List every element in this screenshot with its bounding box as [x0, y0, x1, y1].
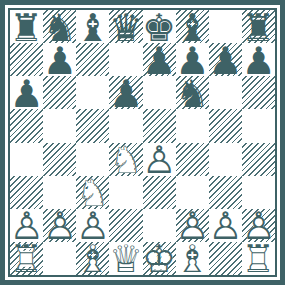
square-e3[interactable]: [143, 176, 176, 209]
piece-black-bishop[interactable]: ♝: [76, 11, 109, 44]
square-g3[interactable]: [209, 176, 242, 209]
piece-white-knight-fill: ♞: [76, 177, 109, 210]
piece-black-bishop[interactable]: ♝: [176, 11, 209, 44]
piece-white-queen[interactable]: ♕: [109, 243, 142, 276]
square-c4[interactable]: [76, 143, 109, 176]
square-e2[interactable]: [143, 209, 176, 242]
square-a6[interactable]: ♟: [10, 76, 43, 109]
piece-black-pawn[interactable]: ♟: [10, 77, 43, 110]
piece-white-bishop[interactable]: ♗: [76, 243, 109, 276]
square-e8[interactable]: ♚: [143, 10, 176, 43]
piece-black-pawn[interactable]: ♟: [143, 44, 176, 77]
square-a4[interactable]: [10, 143, 43, 176]
piece-black-pawn[interactable]: ♟: [209, 44, 242, 77]
piece-black-queen[interactable]: ♛: [109, 11, 142, 44]
square-f8[interactable]: ♝: [176, 10, 209, 43]
square-c7[interactable]: [76, 43, 109, 76]
square-d3[interactable]: [109, 176, 142, 209]
square-d1[interactable]: ♛♕: [109, 242, 142, 275]
square-h4[interactable]: [242, 143, 275, 176]
piece-black-pawn[interactable]: ♟: [109, 77, 142, 110]
piece-black-king[interactable]: ♚: [143, 11, 176, 44]
square-b6[interactable]: [43, 76, 76, 109]
square-d8[interactable]: ♛: [109, 10, 142, 43]
piece-white-rook-fill: ♜: [10, 243, 43, 276]
piece-white-pawn[interactable]: ♙: [176, 210, 209, 243]
square-a5[interactable]: [10, 109, 43, 142]
square-h3[interactable]: [242, 176, 275, 209]
piece-white-pawn-fill: ♟: [209, 210, 242, 243]
square-b3[interactable]: [43, 176, 76, 209]
square-g2[interactable]: ♟♙: [209, 209, 242, 242]
piece-white-pawn-fill: ♟: [143, 144, 176, 177]
square-g8[interactable]: [209, 10, 242, 43]
piece-white-pawn-fill: ♟: [76, 210, 109, 243]
board-frame: ♜♞♝♛♚♝♜♟♟♟♟♟♟♟♞♞♘♟♙♞♘♟♙♟♙♟♙♟♙♟♙♟♙♜♖♝♗♛♕♚…: [0, 0, 285, 285]
piece-white-pawn[interactable]: ♙: [10, 210, 43, 243]
square-h7[interactable]: ♟: [242, 43, 275, 76]
square-g7[interactable]: ♟: [209, 43, 242, 76]
piece-white-pawn[interactable]: ♙: [43, 210, 76, 243]
square-e5[interactable]: [143, 109, 176, 142]
board-inner-border: ♜♞♝♛♚♝♜♟♟♟♟♟♟♟♞♞♘♟♙♞♘♟♙♟♙♟♙♟♙♟♙♟♙♜♖♝♗♛♕♚…: [8, 8, 277, 277]
square-a8[interactable]: ♜: [10, 10, 43, 43]
square-a3[interactable]: [10, 176, 43, 209]
square-g1[interactable]: [209, 242, 242, 275]
square-g4[interactable]: [209, 143, 242, 176]
square-f4[interactable]: [176, 143, 209, 176]
square-f7[interactable]: ♟: [176, 43, 209, 76]
piece-white-pawn[interactable]: ♙: [209, 210, 242, 243]
piece-black-knight[interactable]: ♞: [43, 11, 76, 44]
square-h1[interactable]: ♜♖: [242, 242, 275, 275]
square-d5[interactable]: [109, 109, 142, 142]
square-d7[interactable]: [109, 43, 142, 76]
piece-white-rook-fill: ♜: [242, 243, 275, 276]
square-a7[interactable]: [10, 43, 43, 76]
piece-white-pawn[interactable]: ♙: [242, 210, 275, 243]
square-h6[interactable]: [242, 76, 275, 109]
square-f5[interactable]: [176, 109, 209, 142]
piece-black-pawn[interactable]: ♟: [43, 44, 76, 77]
piece-white-rook[interactable]: ♖: [242, 243, 275, 276]
piece-white-knight[interactable]: ♘: [109, 144, 142, 177]
piece-black-knight[interactable]: ♞: [176, 77, 209, 110]
square-h5[interactable]: [242, 109, 275, 142]
square-c2[interactable]: ♟♙: [76, 209, 109, 242]
piece-white-pawn-fill: ♟: [242, 210, 275, 243]
square-e7[interactable]: ♟: [143, 43, 176, 76]
square-f1[interactable]: ♝♗: [176, 242, 209, 275]
square-f6[interactable]: ♞: [176, 76, 209, 109]
chess-board: ♜♞♝♛♚♝♜♟♟♟♟♟♟♟♞♞♘♟♙♞♘♟♙♟♙♟♙♟♙♟♙♟♙♜♖♝♗♛♕♚…: [10, 10, 275, 275]
square-c8[interactable]: ♝: [76, 10, 109, 43]
square-g5[interactable]: [209, 109, 242, 142]
piece-white-knight[interactable]: ♘: [76, 177, 109, 210]
square-c1[interactable]: ♝♗: [76, 242, 109, 275]
piece-black-pawn[interactable]: ♟: [242, 44, 275, 77]
square-f3[interactable]: [176, 176, 209, 209]
square-c5[interactable]: [76, 109, 109, 142]
piece-white-pawn-fill: ♟: [43, 210, 76, 243]
square-a1[interactable]: ♜♖: [10, 242, 43, 275]
piece-white-queen-fill: ♛: [109, 243, 142, 276]
square-c3[interactable]: ♞♘: [76, 176, 109, 209]
square-h2[interactable]: ♟♙: [242, 209, 275, 242]
square-h8[interactable]: ♜: [242, 10, 275, 43]
square-e4[interactable]: ♟♙: [143, 143, 176, 176]
piece-white-rook[interactable]: ♖: [10, 243, 43, 276]
square-d6[interactable]: ♟: [109, 76, 142, 109]
square-b1[interactable]: [43, 242, 76, 275]
piece-black-rook[interactable]: ♜: [242, 11, 275, 44]
piece-white-king[interactable]: ♔: [143, 243, 176, 276]
square-b5[interactable]: [43, 109, 76, 142]
square-b4[interactable]: [43, 143, 76, 176]
piece-white-pawn[interactable]: ♙: [143, 144, 176, 177]
square-f2[interactable]: ♟♙: [176, 209, 209, 242]
square-e1[interactable]: ♚♔: [143, 242, 176, 275]
piece-white-king-fill: ♚: [143, 243, 176, 276]
square-a2[interactable]: ♟♙: [10, 209, 43, 242]
piece-black-rook[interactable]: ♜: [10, 11, 43, 44]
piece-white-pawn-fill: ♟: [10, 210, 43, 243]
piece-white-pawn-fill: ♟: [176, 210, 209, 243]
square-b7[interactable]: ♟: [43, 43, 76, 76]
piece-white-bishop-fill: ♝: [76, 243, 109, 276]
piece-white-bishop[interactable]: ♗: [176, 243, 209, 276]
square-b8[interactable]: ♞: [43, 10, 76, 43]
square-b2[interactable]: ♟♙: [43, 209, 76, 242]
square-g6[interactable]: [209, 76, 242, 109]
piece-white-pawn[interactable]: ♙: [76, 210, 109, 243]
square-e6[interactable]: [143, 76, 176, 109]
square-d4[interactable]: ♞♘: [109, 143, 142, 176]
piece-black-pawn[interactable]: ♟: [176, 44, 209, 77]
piece-white-bishop-fill: ♝: [176, 243, 209, 276]
square-d2[interactable]: [109, 209, 142, 242]
square-c6[interactable]: [76, 76, 109, 109]
piece-white-knight-fill: ♞: [109, 144, 142, 177]
